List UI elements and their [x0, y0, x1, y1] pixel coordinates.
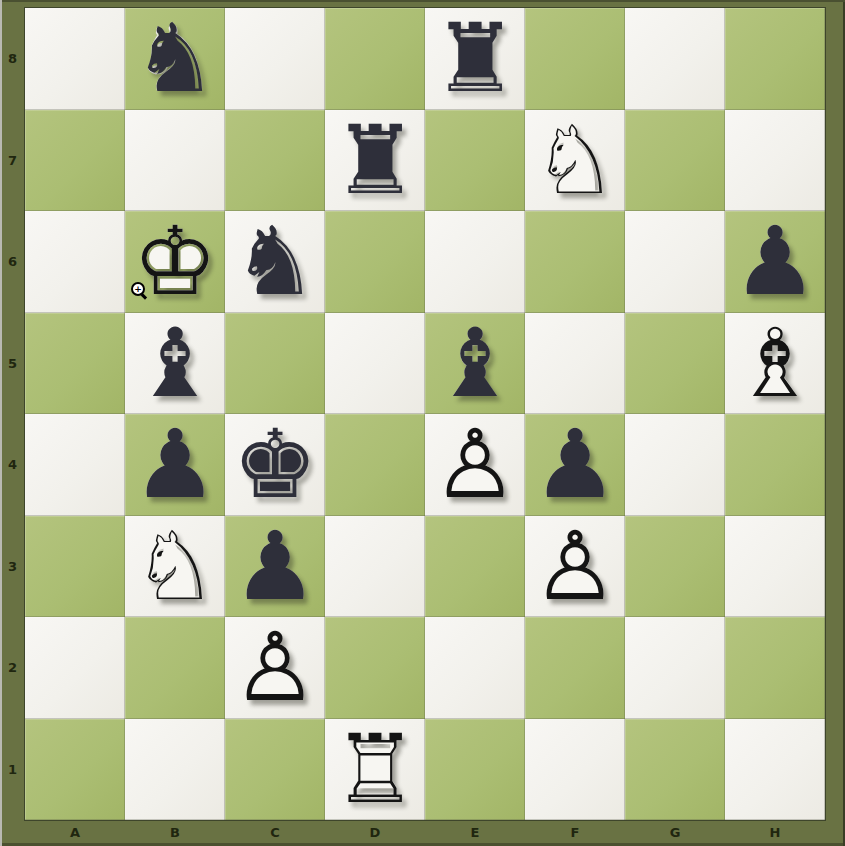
square-h8[interactable]: [725, 8, 825, 110]
square-d4[interactable]: [325, 414, 425, 516]
file-label-b: B: [125, 820, 225, 844]
square-e4[interactable]: ♟♙: [425, 414, 525, 516]
white-pawn-piece: ♟♙: [425, 414, 525, 516]
black-bishop-piece: ♗♝: [425, 313, 525, 415]
black-bishop-piece: ♗♝: [125, 313, 225, 415]
square-h3[interactable]: [725, 516, 825, 618]
square-b8[interactable]: ♘♞: [125, 8, 225, 110]
square-a1[interactable]: [25, 719, 125, 821]
square-f6[interactable]: [525, 211, 625, 313]
square-h5[interactable]: ♝♗: [725, 313, 825, 415]
square-e6[interactable]: [425, 211, 525, 313]
square-c1[interactable]: [225, 719, 325, 821]
square-g6[interactable]: [625, 211, 725, 313]
square-g2[interactable]: [625, 617, 725, 719]
rank-label-5: 5: [0, 313, 25, 415]
square-c8[interactable]: [225, 8, 325, 110]
square-e5[interactable]: ♗♝: [425, 313, 525, 415]
file-label-d: D: [325, 820, 425, 844]
square-e7[interactable]: [425, 110, 525, 212]
square-f7[interactable]: ♞♘: [525, 110, 625, 212]
file-label-f: F: [525, 820, 625, 844]
magnifier-handle: [141, 293, 147, 299]
square-d3[interactable]: [325, 516, 425, 618]
rank-label-6: 6: [0, 211, 25, 313]
square-d2[interactable]: [325, 617, 425, 719]
rank-label-8: 8: [0, 8, 25, 110]
square-a4[interactable]: [25, 414, 125, 516]
square-f3[interactable]: ♟♙: [525, 516, 625, 618]
rank-label-1: 1: [0, 719, 25, 821]
white-knight-piece: ♞♘: [525, 110, 625, 212]
square-b1[interactable]: [125, 719, 225, 821]
black-knight-piece: ♘♞: [125, 8, 225, 110]
square-e1[interactable]: [425, 719, 525, 821]
square-h7[interactable]: [725, 110, 825, 212]
square-b4[interactable]: ♙♟: [125, 414, 225, 516]
square-a8[interactable]: [25, 8, 125, 110]
rank-label-2: 2: [0, 617, 25, 719]
square-g3[interactable]: [625, 516, 725, 618]
chess-app-window: ♘♞♖♜♖♜♞♘♚♔♘♞♙♟♗♝♗♝♝♗♙♟♔♚♟♙♙♟♞♘♙♟♟♙♟♙♜♖ 8…: [0, 0, 845, 846]
square-f1[interactable]: [525, 719, 625, 821]
square-f5[interactable]: [525, 313, 625, 415]
black-rook-piece: ♖♜: [325, 110, 425, 212]
square-f2[interactable]: [525, 617, 625, 719]
square-d6[interactable]: [325, 211, 425, 313]
square-a2[interactable]: [25, 617, 125, 719]
white-knight-piece: ♞♘: [125, 516, 225, 618]
file-label-h: H: [725, 820, 825, 844]
black-pawn-piece: ♙♟: [225, 516, 325, 618]
square-f8[interactable]: [525, 8, 625, 110]
square-b2[interactable]: [125, 617, 225, 719]
square-g5[interactable]: [625, 313, 725, 415]
black-pawn-piece: ♙♟: [525, 414, 625, 516]
white-pawn-piece: ♟♙: [225, 617, 325, 719]
square-h4[interactable]: [725, 414, 825, 516]
square-d1[interactable]: ♜♖: [325, 719, 425, 821]
square-e2[interactable]: [425, 617, 525, 719]
square-a6[interactable]: [25, 211, 125, 313]
square-g4[interactable]: [625, 414, 725, 516]
square-g8[interactable]: [625, 8, 725, 110]
square-b7[interactable]: [125, 110, 225, 212]
square-e3[interactable]: [425, 516, 525, 618]
black-pawn-piece: ♙♟: [125, 414, 225, 516]
square-g1[interactable]: [625, 719, 725, 821]
rank-label-3: 3: [0, 516, 25, 618]
square-c6[interactable]: ♘♞: [225, 211, 325, 313]
square-h2[interactable]: [725, 617, 825, 719]
square-a5[interactable]: [25, 313, 125, 415]
file-label-g: G: [625, 820, 725, 844]
zoom-cursor-icon: +: [131, 282, 149, 300]
square-c2[interactable]: ♟♙: [225, 617, 325, 719]
square-c7[interactable]: [225, 110, 325, 212]
black-knight-piece: ♘♞: [225, 211, 325, 313]
file-label-a: A: [25, 820, 125, 844]
square-d8[interactable]: [325, 8, 425, 110]
square-b5[interactable]: ♗♝: [125, 313, 225, 415]
square-e8[interactable]: ♖♜: [425, 8, 525, 110]
chess-board: ♘♞♖♜♖♜♞♘♚♔♘♞♙♟♗♝♗♝♝♗♙♟♔♚♟♙♙♟♞♘♙♟♟♙♟♙♜♖: [25, 8, 825, 820]
square-f4[interactable]: ♙♟: [525, 414, 625, 516]
square-a3[interactable]: [25, 516, 125, 618]
black-king-piece: ♔♚: [225, 414, 325, 516]
file-label-e: E: [425, 820, 525, 844]
square-c5[interactable]: [225, 313, 325, 415]
square-d5[interactable]: [325, 313, 425, 415]
square-h6[interactable]: ♙♟: [725, 211, 825, 313]
black-rook-piece: ♖♜: [425, 8, 525, 110]
square-h1[interactable]: [725, 719, 825, 821]
rank-labels: 87654321: [0, 8, 25, 820]
square-c4[interactable]: ♔♚: [225, 414, 325, 516]
white-pawn-piece: ♟♙: [525, 516, 625, 618]
square-g7[interactable]: [625, 110, 725, 212]
file-labels: ABCDEFGH: [25, 820, 825, 844]
square-d7[interactable]: ♖♜: [325, 110, 425, 212]
square-b3[interactable]: ♞♘: [125, 516, 225, 618]
rank-label-4: 4: [0, 414, 25, 516]
square-a7[interactable]: [25, 110, 125, 212]
file-label-c: C: [225, 820, 325, 844]
white-rook-piece: ♜♖: [325, 719, 425, 821]
rank-label-7: 7: [0, 110, 25, 212]
black-pawn-piece: ♙♟: [725, 211, 825, 313]
white-bishop-piece: ♝♗: [725, 313, 825, 415]
square-c3[interactable]: ♙♟: [225, 516, 325, 618]
